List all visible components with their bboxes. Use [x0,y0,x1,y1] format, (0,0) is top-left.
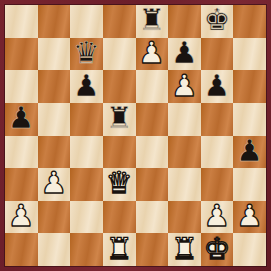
square-h2[interactable]: ♟ [233,201,266,234]
square-b3[interactable]: ♟ [38,168,71,201]
square-c8[interactable] [70,5,103,38]
square-e4[interactable] [136,136,169,169]
square-f8[interactable] [168,5,201,38]
black-rook-d5[interactable]: ♜ [106,103,133,133]
square-f6[interactable]: ♟ [168,70,201,103]
square-g1[interactable]: ♚ [201,233,234,266]
square-e1[interactable] [136,233,169,266]
square-e8[interactable]: ♜ [136,5,169,38]
square-g2[interactable]: ♟ [201,201,234,234]
square-d2[interactable] [103,201,136,234]
white-pawn-h2[interactable]: ♟ [236,201,263,231]
square-h7[interactable] [233,38,266,71]
square-h1[interactable] [233,233,266,266]
square-b1[interactable] [38,233,71,266]
square-e5[interactable] [136,103,169,136]
square-a1[interactable] [5,233,38,266]
white-pawn-g2[interactable]: ♟ [204,201,231,231]
black-pawn-a5[interactable]: ♟ [8,103,35,133]
square-a4[interactable] [5,136,38,169]
square-g5[interactable] [201,103,234,136]
black-king-g8[interactable]: ♚ [204,5,231,35]
chess-board: ♜♚♛♟♟♟♟♟♟♜♟♟♛♟♟♟♜♜♚ [5,5,266,266]
square-f3[interactable] [168,168,201,201]
square-b6[interactable] [38,70,71,103]
square-a2[interactable]: ♟ [5,201,38,234]
white-rook-f1[interactable]: ♜ [171,234,198,264]
black-pawn-h4[interactable]: ♟ [236,136,263,166]
square-e3[interactable] [136,168,169,201]
square-b5[interactable] [38,103,71,136]
square-a8[interactable] [5,5,38,38]
white-queen-d3[interactable]: ♛ [106,168,133,198]
square-d3[interactable]: ♛ [103,168,136,201]
square-a5[interactable]: ♟ [5,103,38,136]
square-b2[interactable] [38,201,71,234]
square-c3[interactable] [70,168,103,201]
square-e2[interactable] [136,201,169,234]
square-d8[interactable] [103,5,136,38]
square-e6[interactable] [136,70,169,103]
square-e7[interactable]: ♟ [136,38,169,71]
square-d7[interactable] [103,38,136,71]
white-king-g1[interactable]: ♚ [204,234,231,264]
square-c1[interactable] [70,233,103,266]
square-d6[interactable] [103,70,136,103]
square-h5[interactable] [233,103,266,136]
square-f2[interactable] [168,201,201,234]
square-c7[interactable]: ♛ [70,38,103,71]
square-d4[interactable] [103,136,136,169]
square-h8[interactable] [233,5,266,38]
white-pawn-f6[interactable]: ♟ [171,71,198,101]
square-c5[interactable] [70,103,103,136]
square-g6[interactable]: ♟ [201,70,234,103]
square-a7[interactable] [5,38,38,71]
square-a3[interactable] [5,168,38,201]
square-h6[interactable] [233,70,266,103]
white-pawn-a2[interactable]: ♟ [8,201,35,231]
square-f1[interactable]: ♜ [168,233,201,266]
white-pawn-b3[interactable]: ♟ [40,168,67,198]
black-queen-c7[interactable]: ♛ [73,38,100,68]
square-c6[interactable]: ♟ [70,70,103,103]
square-h3[interactable] [233,168,266,201]
square-c2[interactable] [70,201,103,234]
square-g8[interactable]: ♚ [201,5,234,38]
square-f5[interactable] [168,103,201,136]
black-pawn-g6[interactable]: ♟ [204,71,231,101]
square-g3[interactable] [201,168,234,201]
white-pawn-e7[interactable]: ♟ [138,38,165,68]
black-pawn-f7[interactable]: ♟ [171,38,198,68]
white-rook-d1[interactable]: ♜ [106,234,133,264]
square-a6[interactable] [5,70,38,103]
square-g4[interactable] [201,136,234,169]
square-f4[interactable] [168,136,201,169]
square-g7[interactable] [201,38,234,71]
square-c4[interactable] [70,136,103,169]
square-b4[interactable] [38,136,71,169]
black-pawn-c6[interactable]: ♟ [73,71,100,101]
square-b7[interactable] [38,38,71,71]
square-b8[interactable] [38,5,71,38]
square-h4[interactable]: ♟ [233,136,266,169]
chess-diagram: ♜♚♛♟♟♟♟♟♟♜♟♟♛♟♟♟♜♜♚ [0,0,271,271]
square-d1[interactable]: ♜ [103,233,136,266]
black-rook-e8[interactable]: ♜ [138,5,165,35]
square-f7[interactable]: ♟ [168,38,201,71]
square-d5[interactable]: ♜ [103,103,136,136]
